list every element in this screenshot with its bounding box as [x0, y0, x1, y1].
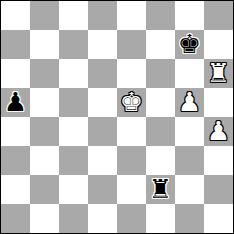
square-c6[interactable] — [59, 59, 88, 88]
square-e7[interactable] — [117, 30, 146, 59]
square-g2[interactable] — [175, 175, 204, 204]
square-e6[interactable] — [117, 59, 146, 88]
black-pawn-piece[interactable]: ♟ — [4, 88, 27, 117]
square-b6[interactable] — [30, 59, 59, 88]
square-f7[interactable] — [146, 30, 175, 59]
square-c1[interactable] — [59, 204, 88, 233]
square-f5[interactable] — [146, 88, 175, 117]
square-a2[interactable] — [1, 175, 30, 204]
square-g4[interactable] — [175, 117, 204, 146]
square-a8[interactable] — [1, 1, 30, 30]
square-g6[interactable] — [175, 59, 204, 88]
square-d6[interactable] — [88, 59, 117, 88]
square-b3[interactable] — [30, 146, 59, 175]
square-g8[interactable] — [175, 1, 204, 30]
square-c2[interactable] — [59, 175, 88, 204]
square-a4[interactable] — [1, 117, 30, 146]
square-h3[interactable] — [204, 146, 233, 175]
square-c4[interactable] — [59, 117, 88, 146]
square-h5[interactable] — [204, 88, 233, 117]
square-b8[interactable] — [30, 1, 59, 30]
square-d5[interactable] — [88, 88, 117, 117]
square-g5[interactable]: ♟ — [175, 88, 204, 117]
square-b2[interactable] — [30, 175, 59, 204]
square-e3[interactable] — [117, 146, 146, 175]
square-d4[interactable] — [88, 117, 117, 146]
square-f8[interactable] — [146, 1, 175, 30]
square-h8[interactable] — [204, 1, 233, 30]
square-f1[interactable] — [146, 204, 175, 233]
square-a1[interactable] — [1, 204, 30, 233]
square-c5[interactable] — [59, 88, 88, 117]
square-e5[interactable]: ♚ — [117, 88, 146, 117]
square-d2[interactable] — [88, 175, 117, 204]
square-e1[interactable] — [117, 204, 146, 233]
square-h2[interactable] — [204, 175, 233, 204]
white-pawn-piece[interactable]: ♟ — [207, 117, 230, 146]
square-d3[interactable] — [88, 146, 117, 175]
square-e2[interactable] — [117, 175, 146, 204]
square-g7[interactable]: ♚ — [175, 30, 204, 59]
white-king-piece[interactable]: ♚ — [120, 88, 143, 117]
square-f2[interactable]: ♜ — [146, 175, 175, 204]
square-c3[interactable] — [59, 146, 88, 175]
square-b5[interactable] — [30, 88, 59, 117]
black-king-piece[interactable]: ♚ — [178, 30, 201, 59]
square-h1[interactable] — [204, 204, 233, 233]
square-f3[interactable] — [146, 146, 175, 175]
square-a6[interactable] — [1, 59, 30, 88]
square-b7[interactable] — [30, 30, 59, 59]
square-a7[interactable] — [1, 30, 30, 59]
square-a5[interactable]: ♟ — [1, 88, 30, 117]
square-e4[interactable] — [117, 117, 146, 146]
square-d1[interactable] — [88, 204, 117, 233]
square-h6[interactable]: ♜ — [204, 59, 233, 88]
square-b4[interactable] — [30, 117, 59, 146]
square-c8[interactable] — [59, 1, 88, 30]
white-rook-piece[interactable]: ♜ — [207, 59, 230, 88]
square-h4[interactable]: ♟ — [204, 117, 233, 146]
square-d8[interactable] — [88, 1, 117, 30]
square-f4[interactable] — [146, 117, 175, 146]
square-c7[interactable] — [59, 30, 88, 59]
square-b1[interactable] — [30, 204, 59, 233]
square-e8[interactable] — [117, 1, 146, 30]
square-h7[interactable] — [204, 30, 233, 59]
white-pawn-piece[interactable]: ♟ — [178, 88, 201, 117]
square-g3[interactable] — [175, 146, 204, 175]
square-d7[interactable] — [88, 30, 117, 59]
square-f6[interactable] — [146, 59, 175, 88]
chess-board: ♚♜♟♚♟♟♜ — [0, 0, 234, 234]
black-rook-piece[interactable]: ♜ — [149, 175, 172, 204]
square-g1[interactable] — [175, 204, 204, 233]
square-a3[interactable] — [1, 146, 30, 175]
